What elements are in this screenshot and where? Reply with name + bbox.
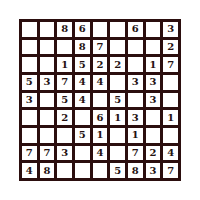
cell-r7c3[interactable] [57, 128, 72, 143]
cell-r6c3[interactable]: 2 [57, 110, 72, 125]
cell-r1c5[interactable] [93, 22, 108, 37]
cell-r8c1[interactable]: 7 [22, 146, 37, 161]
cell-r9c8[interactable]: 3 [146, 163, 161, 178]
cell-r1c7[interactable]: 6 [128, 22, 143, 37]
cell-r3c6[interactable]: 2 [110, 57, 125, 72]
cell-r6c7[interactable]: 3 [128, 110, 143, 125]
cell-r3c4[interactable]: 5 [75, 57, 90, 72]
cell-r9c2[interactable]: 8 [40, 163, 55, 178]
cell-r6c1[interactable] [22, 110, 37, 125]
cell-r5c7[interactable] [128, 93, 143, 108]
cell-r6c4[interactable] [75, 110, 90, 125]
cell-r5c6[interactable]: 5 [110, 93, 125, 108]
cell-r8c4[interactable] [75, 146, 90, 161]
cell-r1c8[interactable] [146, 22, 161, 37]
cell-r5c2[interactable] [40, 93, 55, 108]
cell-r3c1[interactable] [22, 57, 37, 72]
cell-r4c2[interactable]: 3 [40, 75, 55, 90]
cell-r7c2[interactable] [40, 128, 55, 143]
cell-r8c2[interactable]: 7 [40, 146, 55, 161]
cell-r2c9[interactable]: 2 [163, 40, 178, 55]
cell-r1c6[interactable] [110, 22, 125, 37]
cell-r3c2[interactable] [40, 57, 55, 72]
cell-r9c5[interactable] [93, 163, 108, 178]
cell-r3c7[interactable] [128, 57, 143, 72]
cell-r9c6[interactable]: 5 [110, 163, 125, 178]
cell-r5c5[interactable] [93, 93, 108, 108]
cell-r2c6[interactable] [110, 40, 125, 55]
cell-r7c5[interactable]: 1 [93, 128, 108, 143]
cell-r2c4[interactable]: 8 [75, 40, 90, 55]
cell-r4c9[interactable] [163, 75, 178, 90]
cell-r6c6[interactable]: 1 [110, 110, 125, 125]
cell-r6c8[interactable] [146, 110, 161, 125]
cell-r9c9[interactable]: 7 [163, 163, 178, 178]
cell-r1c3[interactable]: 8 [57, 22, 72, 37]
cell-r5c9[interactable] [163, 93, 178, 108]
cell-r9c7[interactable]: 8 [128, 163, 143, 178]
cell-r4c1[interactable]: 5 [22, 75, 37, 90]
cell-r2c5[interactable]: 7 [93, 40, 108, 55]
cell-r1c4[interactable]: 6 [75, 22, 90, 37]
cell-r8c8[interactable]: 2 [146, 146, 161, 161]
cell-r9c1[interactable]: 4 [22, 163, 37, 178]
cell-r6c2[interactable] [40, 110, 55, 125]
cell-r7c8[interactable] [146, 128, 161, 143]
cell-r4c4[interactable]: 4 [75, 75, 90, 90]
cell-r2c8[interactable] [146, 40, 161, 55]
cell-r7c1[interactable] [22, 128, 37, 143]
cell-r6c9[interactable]: 1 [163, 110, 178, 125]
cell-r5c3[interactable]: 5 [57, 93, 72, 108]
cell-r4c6[interactable] [110, 75, 125, 90]
cell-r2c3[interactable] [57, 40, 72, 55]
cell-r8c9[interactable]: 4 [163, 146, 178, 161]
cell-r1c1[interactable] [22, 22, 37, 37]
cell-r1c2[interactable] [40, 22, 55, 37]
cell-r4c3[interactable]: 7 [57, 75, 72, 90]
cell-r4c7[interactable]: 3 [128, 75, 143, 90]
cell-r3c3[interactable]: 1 [57, 57, 72, 72]
cell-r2c7[interactable] [128, 40, 143, 55]
cell-r3c8[interactable]: 1 [146, 57, 161, 72]
cell-r7c9[interactable] [163, 128, 178, 143]
cell-r8c5[interactable]: 4 [93, 146, 108, 161]
puzzle-page: 8663872152217537443335453261315117734724… [0, 0, 200, 200]
cell-r8c6[interactable] [110, 146, 125, 161]
cell-r5c8[interactable]: 3 [146, 93, 161, 108]
cell-r3c5[interactable]: 2 [93, 57, 108, 72]
cell-r9c3[interactable] [57, 163, 72, 178]
cell-r9c4[interactable] [75, 163, 90, 178]
cell-r7c6[interactable] [110, 128, 125, 143]
cell-r4c5[interactable]: 4 [93, 75, 108, 90]
cell-r5c1[interactable]: 3 [22, 93, 37, 108]
cell-r8c3[interactable]: 3 [57, 146, 72, 161]
puzzle-board: 8663872152217537443335453261315117734724… [19, 19, 181, 181]
cell-r1c9[interactable]: 3 [163, 22, 178, 37]
cell-r2c2[interactable] [40, 40, 55, 55]
cell-r5c4[interactable]: 4 [75, 93, 90, 108]
cell-r4c8[interactable]: 3 [146, 75, 161, 90]
cell-r2c1[interactable] [22, 40, 37, 55]
cell-r7c7[interactable]: 1 [128, 128, 143, 143]
cell-r8c7[interactable]: 7 [128, 146, 143, 161]
cell-r7c4[interactable]: 5 [75, 128, 90, 143]
cell-r6c5[interactable]: 6 [93, 110, 108, 125]
cell-r3c9[interactable]: 7 [163, 57, 178, 72]
